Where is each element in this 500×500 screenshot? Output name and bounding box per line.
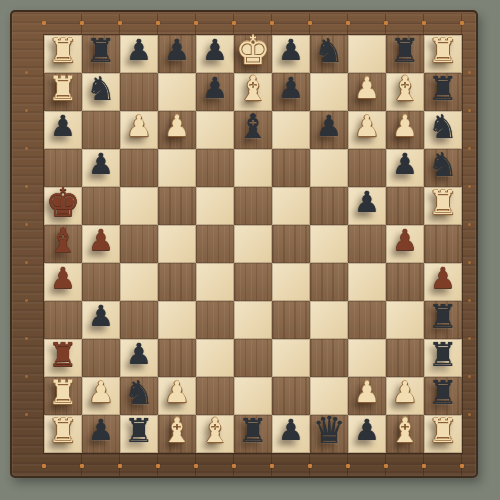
piece-black-pawn[interactable]: ♟ bbox=[202, 74, 228, 103]
square-r0c6[interactable]: ♟ bbox=[272, 35, 310, 73]
frame-dot bbox=[308, 21, 312, 25]
piece-red-pawn[interactable]: ♟ bbox=[88, 226, 114, 255]
square-r2c6[interactable] bbox=[272, 111, 310, 149]
piece-red-bishop[interactable]: ♝ bbox=[48, 223, 78, 257]
frame-dot bbox=[118, 464, 122, 468]
square-r0c3[interactable]: ♟ bbox=[158, 35, 196, 73]
square-r9c5[interactable] bbox=[234, 377, 272, 415]
square-r6c6[interactable] bbox=[272, 263, 310, 301]
piece-black-pawn[interactable]: ♟ bbox=[278, 74, 304, 103]
frame-dot bbox=[468, 299, 471, 302]
square-r7c4[interactable] bbox=[196, 301, 234, 339]
square-r6c4[interactable] bbox=[196, 263, 234, 301]
square-r1c1[interactable]: ♞ bbox=[82, 73, 120, 111]
frame-dot bbox=[118, 21, 122, 25]
square-r4c7[interactable] bbox=[310, 187, 348, 225]
square-r7c5[interactable] bbox=[234, 301, 272, 339]
frame-dot bbox=[42, 21, 46, 25]
square-r7c1[interactable]: ♟ bbox=[82, 301, 120, 339]
square-r2c4[interactable] bbox=[196, 111, 234, 149]
piece-red-pawn[interactable]: ♟ bbox=[392, 226, 418, 255]
piece-black-rook[interactable]: ♜ bbox=[390, 34, 420, 67]
square-r10c0[interactable]: ♜ bbox=[44, 415, 82, 453]
square-r9c8[interactable]: ♟ bbox=[348, 377, 386, 415]
frame-dot bbox=[468, 413, 471, 416]
square-r7c3[interactable] bbox=[158, 301, 196, 339]
piece-white-rook[interactable]: ♜ bbox=[428, 186, 458, 219]
square-r0c8[interactable] bbox=[348, 35, 386, 73]
piece-black-rook[interactable]: ♜ bbox=[86, 34, 116, 67]
piece-white-pawn[interactable]: ♟ bbox=[126, 112, 152, 141]
square-r6c5[interactable] bbox=[234, 263, 272, 301]
square-r2c5[interactable]: ♝ bbox=[234, 111, 272, 149]
piece-black-knight[interactable]: ♞ bbox=[86, 72, 116, 105]
piece-white-bishop[interactable]: ♝ bbox=[200, 413, 230, 447]
square-r1c10[interactable]: ♜ bbox=[424, 73, 462, 111]
square-r2c0[interactable]: ♟ bbox=[44, 111, 82, 149]
square-r8c2[interactable]: ♟ bbox=[120, 339, 158, 377]
square-r6c1[interactable] bbox=[82, 263, 120, 301]
piece-black-pawn[interactable]: ♟ bbox=[278, 36, 304, 65]
square-r10c8[interactable]: ♟ bbox=[348, 415, 386, 453]
square-r1c0[interactable]: ♜ bbox=[44, 73, 82, 111]
frame-dot bbox=[346, 464, 350, 468]
square-r1c8[interactable]: ♟ bbox=[348, 73, 386, 111]
piece-white-pawn[interactable]: ♟ bbox=[392, 378, 418, 407]
square-r7c10[interactable]: ♜ bbox=[424, 301, 462, 339]
piece-white-pawn[interactable]: ♟ bbox=[88, 378, 114, 407]
piece-red-pawn[interactable]: ♟ bbox=[50, 264, 76, 293]
piece-black-pawn[interactable]: ♟ bbox=[164, 36, 190, 65]
square-r5c1[interactable]: ♟ bbox=[82, 225, 120, 263]
square-r4c5[interactable] bbox=[234, 187, 272, 225]
frame-dot bbox=[460, 464, 464, 468]
frame-dot bbox=[156, 464, 160, 468]
piece-white-pawn[interactable]: ♟ bbox=[354, 112, 380, 141]
square-r2c3[interactable]: ♟ bbox=[158, 111, 196, 149]
frame-dot bbox=[194, 21, 198, 25]
square-r8c0[interactable]: ♜ bbox=[44, 339, 82, 377]
piece-white-pawn[interactable]: ♟ bbox=[354, 74, 380, 103]
frame-dot bbox=[468, 147, 471, 150]
square-r4c8[interactable]: ♟ bbox=[348, 187, 386, 225]
square-r10c6[interactable]: ♟ bbox=[272, 415, 310, 453]
piece-white-pawn[interactable]: ♟ bbox=[392, 112, 418, 141]
piece-black-pawn[interactable]: ♟ bbox=[88, 150, 114, 179]
square-r3c7[interactable] bbox=[310, 149, 348, 187]
board-grid: ♜♜♟♟♟♚♟♞♜♜♜♞♟♝♟♟♝♜♟♟♟♝♟♟♟♞♟♟♞♚♟♜♝♟♟♟♟♟♜♜… bbox=[44, 35, 462, 453]
square-r4c4[interactable] bbox=[196, 187, 234, 225]
square-r5c0[interactable]: ♝ bbox=[44, 225, 82, 263]
square-r10c1[interactable]: ♟ bbox=[82, 415, 120, 453]
square-r1c4[interactable]: ♟ bbox=[196, 73, 234, 111]
frame-dot bbox=[25, 413, 28, 416]
frame-dot bbox=[25, 375, 28, 378]
piece-white-bishop[interactable]: ♝ bbox=[390, 71, 420, 105]
square-r3c5[interactable] bbox=[234, 149, 272, 187]
square-r3c9[interactable]: ♟ bbox=[386, 149, 424, 187]
piece-black-pawn[interactable]: ♟ bbox=[278, 416, 304, 445]
piece-black-bishop[interactable]: ♝ bbox=[238, 109, 268, 143]
square-r8c9[interactable] bbox=[386, 339, 424, 377]
square-r5c3[interactable] bbox=[158, 225, 196, 263]
piece-black-pawn[interactable]: ♟ bbox=[88, 302, 114, 331]
square-r3c4[interactable] bbox=[196, 149, 234, 187]
piece-white-rook[interactable]: ♜ bbox=[48, 34, 78, 67]
square-r10c9[interactable]: ♝ bbox=[386, 415, 424, 453]
frame-dot bbox=[468, 109, 471, 112]
square-r9c2[interactable]: ♞ bbox=[120, 377, 158, 415]
square-r9c6[interactable] bbox=[272, 377, 310, 415]
square-r10c3[interactable]: ♝ bbox=[158, 415, 196, 453]
frame-dot bbox=[422, 464, 426, 468]
piece-white-bishop[interactable]: ♝ bbox=[390, 413, 420, 447]
frame-dot bbox=[25, 261, 28, 264]
frame-dot bbox=[468, 71, 471, 74]
piece-red-rook[interactable]: ♜ bbox=[48, 338, 78, 371]
square-r0c2[interactable]: ♟ bbox=[120, 35, 158, 73]
chess-board: ♜♜♟♟♟♚♟♞♜♜♜♞♟♝♟♟♝♜♟♟♟♝♟♟♟♞♟♟♞♚♟♜♝♟♟♟♟♟♜♜… bbox=[10, 10, 478, 478]
piece-black-pawn[interactable]: ♟ bbox=[88, 416, 114, 445]
frame-dot bbox=[468, 223, 471, 226]
square-r5c6[interactable] bbox=[272, 225, 310, 263]
square-r3c6[interactable] bbox=[272, 149, 310, 187]
square-r7c2[interactable] bbox=[120, 301, 158, 339]
square-r3c3[interactable] bbox=[158, 149, 196, 187]
square-r8c1[interactable] bbox=[82, 339, 120, 377]
square-r5c2[interactable] bbox=[120, 225, 158, 263]
square-r9c10[interactable]: ♜ bbox=[424, 377, 462, 415]
square-r8c4[interactable] bbox=[196, 339, 234, 377]
piece-white-rook[interactable]: ♜ bbox=[48, 376, 78, 409]
square-r2c9[interactable]: ♟ bbox=[386, 111, 424, 149]
piece-black-rook[interactable]: ♜ bbox=[124, 414, 154, 447]
piece-black-knight[interactable]: ♞ bbox=[428, 110, 458, 143]
frame-dot bbox=[25, 185, 28, 188]
piece-white-rook[interactable]: ♜ bbox=[428, 34, 458, 67]
square-r4c1[interactable] bbox=[82, 187, 120, 225]
frame-dot bbox=[25, 337, 28, 340]
piece-black-pawn[interactable]: ♟ bbox=[126, 36, 152, 65]
piece-black-knight[interactable]: ♞ bbox=[428, 148, 458, 181]
frame-dot bbox=[308, 464, 312, 468]
square-r1c2[interactable] bbox=[120, 73, 158, 111]
square-r6c3[interactable] bbox=[158, 263, 196, 301]
square-r0c1[interactable]: ♜ bbox=[82, 35, 120, 73]
frame-dot bbox=[468, 375, 471, 378]
piece-black-pawn[interactable]: ♟ bbox=[126, 340, 152, 369]
square-r4c2[interactable] bbox=[120, 187, 158, 225]
square-r9c1[interactable]: ♟ bbox=[82, 377, 120, 415]
piece-white-king[interactable]: ♚ bbox=[236, 31, 271, 70]
frame-dot bbox=[460, 21, 464, 25]
frame-dot bbox=[42, 464, 46, 468]
square-r5c8[interactable] bbox=[348, 225, 386, 263]
frame-dot bbox=[270, 464, 274, 468]
piece-black-rook[interactable]: ♜ bbox=[428, 376, 458, 409]
frame-dot bbox=[232, 21, 236, 25]
square-r8c6[interactable] bbox=[272, 339, 310, 377]
piece-black-rook[interactable]: ♜ bbox=[238, 414, 268, 447]
square-r1c7[interactable] bbox=[310, 73, 348, 111]
square-r10c4[interactable]: ♝ bbox=[196, 415, 234, 453]
frame-dot bbox=[468, 337, 471, 340]
frame-dot bbox=[270, 21, 274, 25]
square-r2c1[interactable] bbox=[82, 111, 120, 149]
square-r5c4[interactable] bbox=[196, 225, 234, 263]
frame-dot bbox=[468, 185, 471, 188]
piece-white-rook[interactable]: ♜ bbox=[428, 414, 458, 447]
piece-black-queen[interactable]: ♛ bbox=[312, 412, 345, 449]
piece-white-bishop[interactable]: ♝ bbox=[238, 71, 268, 105]
piece-black-pawn[interactable]: ♟ bbox=[354, 188, 380, 217]
square-r7c8[interactable] bbox=[348, 301, 386, 339]
square-r7c6[interactable] bbox=[272, 301, 310, 339]
square-r2c8[interactable]: ♟ bbox=[348, 111, 386, 149]
frame-dot bbox=[194, 464, 198, 468]
square-r8c3[interactable] bbox=[158, 339, 196, 377]
piece-black-pawn[interactable]: ♟ bbox=[316, 112, 342, 141]
square-r7c0[interactable] bbox=[44, 301, 82, 339]
square-r6c2[interactable] bbox=[120, 263, 158, 301]
piece-white-rook[interactable]: ♜ bbox=[48, 72, 78, 105]
square-r6c9[interactable] bbox=[386, 263, 424, 301]
piece-black-pawn[interactable]: ♟ bbox=[202, 36, 228, 65]
frame-dot bbox=[346, 21, 350, 25]
frame-dot bbox=[25, 299, 28, 302]
frame-dot bbox=[422, 21, 426, 25]
piece-black-knight[interactable]: ♞ bbox=[314, 34, 344, 67]
square-r1c6[interactable]: ♟ bbox=[272, 73, 310, 111]
frame-dot bbox=[80, 21, 84, 25]
square-r9c0[interactable]: ♜ bbox=[44, 377, 82, 415]
piece-black-rook[interactable]: ♜ bbox=[428, 338, 458, 371]
square-r7c7[interactable] bbox=[310, 301, 348, 339]
piece-black-knight[interactable]: ♞ bbox=[124, 376, 154, 409]
frame-dot bbox=[25, 223, 28, 226]
square-r4c3[interactable] bbox=[158, 187, 196, 225]
frame-dot bbox=[156, 21, 160, 25]
piece-black-pawn[interactable]: ♟ bbox=[354, 416, 380, 445]
frame-dot bbox=[384, 464, 388, 468]
frame-dot bbox=[25, 109, 28, 112]
square-r5c9[interactable]: ♟ bbox=[386, 225, 424, 263]
square-r0c4[interactable]: ♟ bbox=[196, 35, 234, 73]
square-r8c8[interactable] bbox=[348, 339, 386, 377]
square-r0c7[interactable]: ♞ bbox=[310, 35, 348, 73]
square-r0c0[interactable]: ♜ bbox=[44, 35, 82, 73]
square-r8c10[interactable]: ♜ bbox=[424, 339, 462, 377]
square-r7c9[interactable] bbox=[386, 301, 424, 339]
square-r8c7[interactable] bbox=[310, 339, 348, 377]
frame-dot bbox=[232, 464, 236, 468]
square-r1c3[interactable] bbox=[158, 73, 196, 111]
piece-black-pawn[interactable]: ♟ bbox=[50, 112, 76, 141]
square-r2c2[interactable]: ♟ bbox=[120, 111, 158, 149]
square-r5c7[interactable] bbox=[310, 225, 348, 263]
frame-dot bbox=[25, 71, 28, 74]
piece-red-king[interactable]: ♚ bbox=[46, 183, 81, 222]
square-r3c10[interactable]: ♞ bbox=[424, 149, 462, 187]
square-r8c5[interactable] bbox=[234, 339, 272, 377]
frame-dot bbox=[384, 21, 388, 25]
square-r3c1[interactable]: ♟ bbox=[82, 149, 120, 187]
piece-black-rook[interactable]: ♜ bbox=[428, 300, 458, 333]
frame-bottom-seams bbox=[44, 453, 462, 476]
piece-white-pawn[interactable]: ♟ bbox=[164, 378, 190, 407]
piece-white-rook[interactable]: ♜ bbox=[48, 414, 78, 447]
square-r4c9[interactable] bbox=[386, 187, 424, 225]
square-r2c7[interactable]: ♟ bbox=[310, 111, 348, 149]
square-r3c8[interactable] bbox=[348, 149, 386, 187]
piece-black-rook[interactable]: ♜ bbox=[428, 72, 458, 105]
square-r10c10[interactable]: ♜ bbox=[424, 415, 462, 453]
piece-black-pawn[interactable]: ♟ bbox=[392, 150, 418, 179]
square-r4c10[interactable]: ♜ bbox=[424, 187, 462, 225]
frame-dot bbox=[25, 147, 28, 150]
frame-dot bbox=[80, 464, 84, 468]
square-r5c10[interactable] bbox=[424, 225, 462, 263]
piece-red-pawn[interactable]: ♟ bbox=[430, 264, 456, 293]
square-r6c10[interactable]: ♟ bbox=[424, 263, 462, 301]
square-r5c5[interactable] bbox=[234, 225, 272, 263]
square-r10c2[interactable]: ♜ bbox=[120, 415, 158, 453]
square-r6c8[interactable] bbox=[348, 263, 386, 301]
square-r6c0[interactable]: ♟ bbox=[44, 263, 82, 301]
square-r10c7[interactable]: ♛ bbox=[310, 415, 348, 453]
square-r6c7[interactable] bbox=[310, 263, 348, 301]
piece-white-bishop[interactable]: ♝ bbox=[162, 413, 192, 447]
piece-white-pawn[interactable]: ♟ bbox=[164, 112, 190, 141]
square-r4c6[interactable] bbox=[272, 187, 310, 225]
square-r10c5[interactable]: ♜ bbox=[234, 415, 272, 453]
square-r3c2[interactable] bbox=[120, 149, 158, 187]
square-r0c10[interactable]: ♜ bbox=[424, 35, 462, 73]
piece-white-pawn[interactable]: ♟ bbox=[354, 378, 380, 407]
square-r2c10[interactable]: ♞ bbox=[424, 111, 462, 149]
frame-dot bbox=[468, 261, 471, 264]
square-r1c9[interactable]: ♝ bbox=[386, 73, 424, 111]
